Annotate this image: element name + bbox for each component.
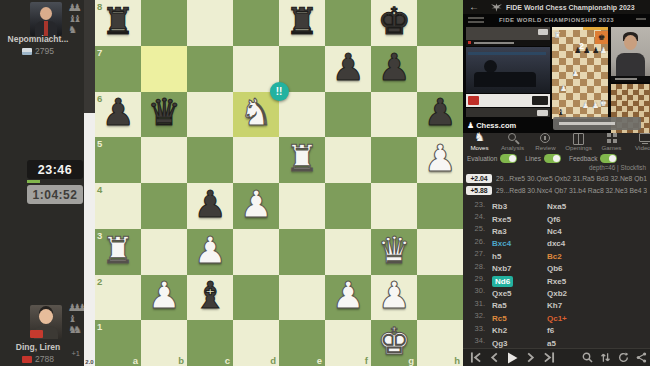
square-g6[interactable] bbox=[371, 92, 417, 138]
rank-label: 7 bbox=[97, 47, 102, 58]
toggle-evaluation[interactable] bbox=[500, 154, 517, 163]
move-number: 30. bbox=[463, 286, 485, 295]
toggle-label: Evaluation bbox=[467, 155, 497, 162]
engine-line-moves: 29...Rxe5 30.Qxe5 Qxb2 31.Ra5 Bd3 32.Ne8… bbox=[496, 175, 647, 182]
square-e5[interactable]: ♜ bbox=[279, 137, 325, 183]
square-a7[interactable]: 7 bbox=[95, 46, 141, 92]
broadcast-video[interactable]: FIDE WORLD CHAMPIONSHIP 2023 2 ♜♚♟♟♟♟♟♟♟… bbox=[463, 14, 650, 133]
piece-white-rook[interactable]: ♜ bbox=[285, 140, 318, 177]
piece-black-bishop[interactable]: ♝ bbox=[193, 277, 226, 314]
board-tools bbox=[582, 352, 650, 363]
captured-group: ♝♝ bbox=[68, 14, 82, 24]
go-to-start-button[interactable] bbox=[470, 352, 482, 363]
move-list: 23.Rb3Nxa524.Rxe5Qf625.Ra3Nc426.Bxc4dxc4… bbox=[463, 198, 650, 348]
black-player-rating: 2795 bbox=[35, 46, 54, 56]
piece-white-pawn[interactable]: ♟ bbox=[239, 186, 272, 223]
captured-white-bishop: ♝ bbox=[73, 14, 82, 24]
info-row bbox=[466, 108, 550, 117]
square-d3[interactable] bbox=[233, 229, 279, 275]
file-label: b bbox=[178, 355, 184, 366]
piece-black-pawn[interactable]: ♟ bbox=[423, 94, 456, 131]
move-number: 33. bbox=[463, 324, 485, 333]
square-a4[interactable]: 4 bbox=[95, 183, 141, 229]
playback-controls bbox=[463, 348, 650, 366]
piece-white-rook[interactable]: ♜ bbox=[101, 232, 134, 269]
black-player-rating-row: 2795 bbox=[0, 46, 76, 56]
back-button[interactable]: ← bbox=[469, 0, 479, 14]
white-player-rating-row: 2788 bbox=[0, 354, 76, 364]
broadcast-piece: ♜ bbox=[554, 32, 561, 40]
tab-review[interactable]: Review bbox=[529, 133, 562, 151]
square-d8[interactable] bbox=[233, 0, 279, 46]
studio-screen bbox=[468, 52, 546, 55]
tab-label: Review bbox=[535, 144, 555, 151]
broadcast-piece: ♟ bbox=[574, 47, 581, 55]
next-move-button[interactable] bbox=[526, 352, 535, 363]
square-a5[interactable]: 5 bbox=[95, 137, 141, 183]
square-a8[interactable]: 8♜ bbox=[95, 0, 141, 46]
move-white[interactable]: Qg3 bbox=[492, 339, 508, 348]
rank-label: 3 bbox=[97, 230, 102, 241]
players-sidebar: ♟♟♝♝♞ Nepomniacht... 2795 23:46 1:04:52 … bbox=[0, 0, 84, 366]
captured-black-bishop: ♝ bbox=[68, 314, 77, 324]
piece-black-pawn[interactable]: ♟ bbox=[193, 186, 226, 223]
right-panel: ← FIDE World Chess Championship 2023 FID… bbox=[463, 0, 650, 366]
tab-moves[interactable]: Moves bbox=[463, 133, 496, 151]
brilliant-move-badge: !! bbox=[270, 82, 289, 101]
toggle-feedback-group: Feedback bbox=[569, 154, 618, 163]
broadcast-piece: ♟ bbox=[592, 102, 599, 110]
knight-icon bbox=[473, 133, 486, 143]
square-c2[interactable]: ♝ bbox=[187, 275, 233, 321]
piece-white-pawn[interactable]: ♟ bbox=[147, 277, 180, 314]
grid-icon bbox=[605, 133, 618, 143]
rank-label: 8 bbox=[97, 1, 102, 12]
fide-flag-icon bbox=[22, 48, 32, 55]
player-camera[interactable] bbox=[611, 27, 650, 76]
gauge-icon bbox=[539, 133, 552, 143]
square-d1[interactable]: d bbox=[233, 320, 279, 366]
square-h2[interactable] bbox=[417, 275, 463, 321]
tab-games[interactable]: Games bbox=[595, 133, 628, 151]
piece-black-rook[interactable]: ♜ bbox=[101, 3, 134, 40]
tab-label: Games bbox=[602, 144, 622, 151]
tab-label: Analysis bbox=[501, 144, 524, 151]
square-c5[interactable] bbox=[187, 137, 233, 183]
toggle-label: Feedback bbox=[569, 155, 598, 162]
square-g2[interactable]: ♟ bbox=[371, 275, 417, 321]
move-number: 32. bbox=[463, 311, 485, 320]
engine-toggles: EvaluationLinesFeedback bbox=[467, 152, 650, 164]
rank-label: 6 bbox=[97, 93, 102, 104]
video-caption-box bbox=[553, 117, 641, 130]
share-icon[interactable] bbox=[636, 352, 647, 363]
square-d5[interactable] bbox=[233, 137, 279, 183]
tab-label: Openings bbox=[565, 144, 592, 151]
engine-status: depth=46 | Stockfish bbox=[589, 164, 646, 171]
piece-black-rook[interactable]: ♜ bbox=[285, 3, 318, 40]
move-number: 25. bbox=[463, 224, 485, 233]
evaluation-bar: 2.0 bbox=[84, 0, 95, 366]
chesscom-logo-text: Chess.com bbox=[476, 121, 516, 130]
thumbnail-caption bbox=[474, 42, 514, 44]
square-c1[interactable]: c bbox=[187, 320, 233, 366]
commentary-video[interactable] bbox=[466, 47, 550, 93]
move-number: 28. bbox=[463, 262, 485, 271]
move-number: 34. bbox=[463, 336, 485, 345]
toggle-lines[interactable] bbox=[544, 154, 561, 163]
square-g4[interactable] bbox=[371, 183, 417, 229]
square-e8[interactable]: ♜ bbox=[279, 0, 325, 46]
square-e1[interactable]: e bbox=[279, 320, 325, 366]
book-icon bbox=[572, 133, 585, 143]
square-a1[interactable]: 1a bbox=[95, 320, 141, 366]
broadcast-piece: ♟ bbox=[572, 70, 579, 78]
move-row: 34.Qg3a5 bbox=[463, 334, 650, 346]
black-captured-tray: ♟♟♝♝♞ bbox=[68, 3, 84, 35]
tab-label: Videos bbox=[635, 144, 650, 151]
event-header: ← FIDE World Chess Championship 2023 bbox=[463, 0, 650, 14]
move-number: 26. bbox=[463, 237, 485, 246]
captured-group: ♝ bbox=[68, 314, 77, 324]
file-label: a bbox=[133, 355, 138, 366]
stream-thumbnails bbox=[466, 27, 550, 117]
video-overlay-title: FIDE WORLD CHAMPIONSHIP 2023 bbox=[463, 17, 650, 23]
piece-black-pawn[interactable]: ♟ bbox=[377, 49, 410, 86]
flip-board-icon[interactable] bbox=[600, 352, 611, 363]
tab-label: Moves bbox=[470, 144, 488, 151]
square-b5[interactable] bbox=[141, 137, 187, 183]
move-number: 31. bbox=[463, 299, 485, 308]
rank-label: 1 bbox=[97, 321, 102, 332]
square-g5[interactable] bbox=[371, 137, 417, 183]
square-a6[interactable]: 6♟ bbox=[95, 92, 141, 138]
fide-logo-icon bbox=[491, 3, 502, 12]
pawn-icon bbox=[467, 121, 474, 130]
rank-label: 4 bbox=[97, 184, 102, 195]
broadcast-piece: ♚ bbox=[598, 34, 605, 42]
captured-group: ♞♞ bbox=[68, 325, 82, 335]
play-button[interactable] bbox=[507, 352, 518, 364]
square-h4[interactable] bbox=[417, 183, 463, 229]
file-label: c bbox=[225, 355, 230, 366]
square-f4[interactable] bbox=[325, 183, 371, 229]
square-a3[interactable]: 3♜ bbox=[95, 229, 141, 275]
player-card[interactable] bbox=[466, 94, 550, 107]
player-silhouette bbox=[616, 53, 645, 76]
toggle-evaluation-group: Evaluation bbox=[467, 154, 517, 163]
square-g8[interactable]: ♚ bbox=[371, 0, 417, 46]
square-b1[interactable]: b bbox=[141, 320, 187, 366]
white-captured-tray: ♟♟♟♝♞♞ bbox=[68, 303, 84, 335]
broadcast-piece: ♚ bbox=[600, 100, 607, 108]
file-label: f bbox=[365, 355, 368, 366]
camera-caption bbox=[611, 76, 650, 82]
piece-black-queen[interactable]: ♛ bbox=[147, 94, 180, 131]
piece-white-pawn[interactable]: ♟ bbox=[331, 277, 364, 314]
previous-move-button[interactable] bbox=[490, 352, 499, 363]
square-h7[interactable] bbox=[417, 46, 463, 92]
piece-white-king[interactable]: ♚ bbox=[377, 323, 410, 360]
evaluation-value: 2.0 bbox=[84, 359, 95, 365]
square-e2[interactable] bbox=[279, 275, 325, 321]
white-player-name[interactable]: Ding, Liren bbox=[0, 342, 76, 352]
piece-white-pawn[interactable]: ♟ bbox=[193, 232, 226, 269]
square-b8[interactable] bbox=[141, 0, 187, 46]
square-h1[interactable]: h bbox=[417, 320, 463, 366]
evaluation-bar-white: 2.0 bbox=[84, 113, 95, 366]
playback-buttons bbox=[463, 352, 555, 364]
square-e3[interactable] bbox=[279, 229, 325, 275]
captured-white-pawn: ♟ bbox=[73, 3, 82, 13]
broadcast-board: 2 ♜♚♟♟♟♟♟♟♟♟♚♝ bbox=[552, 30, 608, 119]
broadcast-piece: ♟ bbox=[592, 47, 599, 55]
square-h5[interactable]: ♟ bbox=[417, 137, 463, 183]
piece-black-king[interactable]: ♚ bbox=[377, 3, 410, 40]
broadcast-piece: ♝ bbox=[557, 109, 564, 117]
square-c4[interactable]: ♟ bbox=[187, 183, 233, 229]
white-clock: 1:04:52 bbox=[27, 185, 83, 204]
chesscom-logo: Chess.com bbox=[467, 121, 516, 130]
tab-videos[interactable]: Videos bbox=[628, 133, 650, 151]
square-b4[interactable] bbox=[141, 183, 187, 229]
square-h8[interactable] bbox=[417, 0, 463, 46]
square-c6[interactable] bbox=[187, 92, 233, 138]
square-d2[interactable] bbox=[233, 275, 279, 321]
captured-group: ♟♟ bbox=[68, 3, 82, 13]
square-f2[interactable]: ♟ bbox=[325, 275, 371, 321]
panel-tabs: MovesAnalysisReviewOpeningsGamesVideos bbox=[463, 133, 650, 151]
piece-white-queen[interactable]: ♛ bbox=[377, 232, 410, 269]
toggle-feedback[interactable] bbox=[600, 154, 617, 163]
go-to-end-button[interactable] bbox=[543, 352, 555, 363]
refresh-icon[interactable] bbox=[618, 352, 629, 363]
square-a2[interactable]: 2 bbox=[95, 275, 141, 321]
engine-line[interactable]: +2.0429...Rxe5 30.Qxe5 Qxb2 31.Ra5 Bd3 3… bbox=[466, 172, 647, 184]
square-f1[interactable]: f bbox=[325, 320, 371, 366]
toggle-label: Lines bbox=[525, 155, 541, 162]
china-flag-icon bbox=[22, 356, 32, 363]
square-h3[interactable] bbox=[417, 229, 463, 275]
move-number: 27. bbox=[463, 249, 485, 258]
rank-label: 5 bbox=[97, 138, 102, 149]
zoom-icon[interactable] bbox=[582, 352, 593, 363]
magnifier-icon bbox=[506, 133, 519, 143]
piece-white-knight[interactable]: ♞ bbox=[239, 94, 272, 131]
square-f3[interactable] bbox=[325, 229, 371, 275]
white-player-avatar[interactable] bbox=[30, 305, 62, 339]
eval-badge: +2.04 bbox=[466, 174, 492, 183]
square-f8[interactable] bbox=[325, 0, 371, 46]
engine-line[interactable]: +5.8829...Red8 30.Nxc4 Qb7 31.b4 Rac8 32… bbox=[466, 184, 647, 196]
square-d4[interactable]: ♟ bbox=[233, 183, 279, 229]
tab-analysis[interactable]: Analysis bbox=[496, 133, 529, 151]
broadcast-piece: ♟ bbox=[600, 47, 607, 55]
engine-line-moves: 29...Red8 30.Nxc4 Qb7 31.b4 Rac8 32.Ne3 … bbox=[496, 187, 647, 194]
captured-black-knight: ♞ bbox=[73, 325, 82, 335]
white-player-rating: 2788 bbox=[35, 354, 54, 364]
file-label: h bbox=[454, 355, 460, 366]
rank-label: 2 bbox=[97, 276, 102, 287]
square-f7[interactable]: ♟ bbox=[325, 46, 371, 92]
piece-white-pawn[interactable]: ♟ bbox=[423, 140, 456, 177]
square-c8[interactable] bbox=[187, 0, 233, 46]
black-player-name[interactable]: Nepomniacht... bbox=[0, 34, 76, 44]
file-label: e bbox=[317, 355, 322, 366]
square-f5[interactable] bbox=[325, 137, 371, 183]
square-h6[interactable]: ♟ bbox=[417, 92, 463, 138]
live-dot-icon bbox=[468, 41, 471, 44]
clock-progress-bar bbox=[27, 180, 40, 183]
square-b2[interactable]: ♟ bbox=[141, 275, 187, 321]
square-c7[interactable] bbox=[187, 46, 233, 92]
move-number: 24. bbox=[463, 212, 485, 221]
broadcast-piece: ♟ bbox=[583, 47, 590, 55]
square-g1[interactable]: g♚ bbox=[371, 320, 417, 366]
move-number: 23. bbox=[463, 200, 485, 209]
piece-black-pawn[interactable]: ♟ bbox=[101, 94, 134, 131]
square-b7[interactable] bbox=[141, 46, 187, 92]
engine-lines: +2.0429...Rxe5 30.Qxe5 Qxb2 31.Ra5 Bd3 3… bbox=[466, 172, 647, 196]
piece-white-pawn[interactable]: ♟ bbox=[377, 277, 410, 314]
tab-openings[interactable]: Openings bbox=[562, 133, 595, 151]
toggle-lines-group: Lines bbox=[525, 154, 561, 163]
black-clock: 23:46 bbox=[27, 160, 83, 179]
square-g7[interactable]: ♟ bbox=[371, 46, 417, 92]
stream-thumbnail[interactable] bbox=[466, 27, 550, 46]
screen-icon bbox=[638, 133, 650, 143]
square-f6[interactable] bbox=[325, 92, 371, 138]
broadcast-piece: ♟ bbox=[582, 102, 589, 110]
chess-board: 8♜♜♚7♟♟6♟♛♞♟5♜♟4♟♟3♜♟♛2♟♝♟♟1abcdefg♚h!! bbox=[95, 0, 463, 366]
event-title: FIDE World Chess Championship 2023 bbox=[506, 4, 635, 11]
broadcast-eval-bar bbox=[552, 27, 608, 30]
move-black[interactable]: a5 bbox=[547, 339, 556, 348]
square-c3[interactable]: ♟ bbox=[187, 229, 233, 275]
square-b3[interactable] bbox=[141, 229, 187, 275]
square-g3[interactable]: ♛ bbox=[371, 229, 417, 275]
file-label: d bbox=[270, 355, 276, 366]
file-label: g bbox=[408, 355, 414, 366]
white-player-badge bbox=[30, 330, 43, 338]
piece-black-pawn[interactable]: ♟ bbox=[331, 49, 364, 86]
app-root: ♟♟♝♝♞ Nepomniacht... 2795 23:46 1:04:52 … bbox=[0, 0, 650, 366]
square-e4[interactable] bbox=[279, 183, 325, 229]
move-number: 29. bbox=[463, 274, 485, 283]
black-player-avatar[interactable] bbox=[30, 2, 62, 36]
eval-badge: +5.88 bbox=[466, 186, 492, 195]
square-b6[interactable]: ♛ bbox=[141, 92, 187, 138]
broadcast-piece: ♟ bbox=[560, 85, 567, 93]
